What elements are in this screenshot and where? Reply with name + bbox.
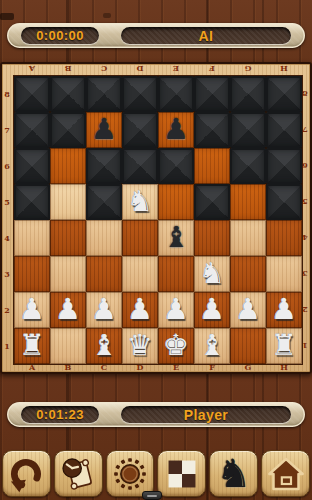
square-h1[interactable]: ♜ bbox=[266, 328, 302, 364]
piece-wK-e1: ♚ bbox=[163, 331, 189, 360]
pieces-button[interactable]: ♞ bbox=[209, 450, 258, 497]
piece-wB-f1: ♝ bbox=[199, 331, 225, 360]
square-g7[interactable] bbox=[230, 112, 266, 148]
square-c8[interactable] bbox=[86, 76, 122, 112]
piece-wQ-d1: ♛ bbox=[127, 331, 153, 360]
chess-board: ABCDEFGH ABCDEFGH 87654321 87654321 ♟♟♞♝… bbox=[0, 62, 312, 374]
coord-label: C bbox=[86, 64, 122, 74]
square-f4[interactable] bbox=[194, 220, 230, 256]
opponent-name: AI bbox=[199, 28, 214, 44]
square-h7[interactable] bbox=[266, 112, 302, 148]
coord-label: 6 bbox=[2, 148, 12, 184]
square-b7[interactable] bbox=[50, 112, 86, 148]
coord-label: A bbox=[14, 64, 50, 74]
coord-label: 2 bbox=[2, 292, 12, 328]
square-g4[interactable] bbox=[230, 220, 266, 256]
square-d7[interactable] bbox=[122, 112, 158, 148]
coord-label: D bbox=[122, 64, 158, 74]
piece-wP-b2: ♟ bbox=[55, 295, 81, 324]
home-icon bbox=[266, 454, 306, 494]
player-clock: 0:01:23 bbox=[21, 406, 99, 423]
wheel-icon bbox=[110, 454, 150, 494]
piece-wP-f2: ♟ bbox=[199, 295, 225, 324]
square-h6[interactable] bbox=[266, 148, 302, 184]
square-e6[interactable] bbox=[158, 148, 194, 184]
square-c1[interactable]: ♝ bbox=[86, 328, 122, 364]
square-c6[interactable] bbox=[86, 148, 122, 184]
square-g1[interactable] bbox=[230, 328, 266, 364]
home-button[interactable] bbox=[261, 450, 310, 497]
coord-label: 8 bbox=[2, 76, 12, 112]
opponent-bar: 0:00:00 AI bbox=[7, 23, 305, 48]
piece-wN-d5: ♞ bbox=[127, 187, 153, 216]
square-d4[interactable] bbox=[122, 220, 158, 256]
square-h8[interactable] bbox=[266, 76, 302, 112]
square-f6[interactable] bbox=[194, 148, 230, 184]
square-b1[interactable] bbox=[50, 328, 86, 364]
square-d6[interactable] bbox=[122, 148, 158, 184]
player-name: Player bbox=[184, 407, 228, 423]
coord-label: 4 bbox=[2, 220, 12, 256]
piece-bP-e7: ♟ bbox=[163, 115, 189, 144]
coord-label: F bbox=[194, 64, 230, 74]
square-h4[interactable] bbox=[266, 220, 302, 256]
square-d2[interactable]: ♟ bbox=[122, 292, 158, 328]
square-a4[interactable] bbox=[14, 220, 50, 256]
player-bar: 0:01:23 Player bbox=[7, 402, 305, 427]
piece-wR-h1: ♜ bbox=[271, 331, 297, 360]
piece-bB-e4: ♝ bbox=[163, 223, 189, 252]
square-b5[interactable] bbox=[50, 184, 86, 220]
square-g8[interactable] bbox=[230, 76, 266, 112]
coord-label: 3 bbox=[2, 256, 12, 292]
square-a5[interactable] bbox=[14, 184, 50, 220]
square-b4[interactable] bbox=[50, 220, 86, 256]
coord-label: 7 bbox=[2, 112, 12, 148]
square-e4[interactable]: ♝ bbox=[158, 220, 194, 256]
undo-arrow-icon bbox=[6, 454, 46, 494]
board-grid: ♟♟♞♝♞♟♟♟♟♟♟♟♟♜♝♛♚♝♜ bbox=[14, 76, 302, 364]
square-d3[interactable] bbox=[122, 256, 158, 292]
square-g2[interactable]: ♟ bbox=[230, 292, 266, 328]
square-e3[interactable] bbox=[158, 256, 194, 292]
rank-labels-left: 87654321 bbox=[2, 76, 12, 364]
piece-wP-a2: ♟ bbox=[19, 295, 45, 324]
piece-wR-a1: ♜ bbox=[19, 331, 45, 360]
square-a8[interactable] bbox=[14, 76, 50, 112]
square-d8[interactable] bbox=[122, 76, 158, 112]
black-knight-icon: ♞ bbox=[216, 454, 251, 493]
undo-button[interactable] bbox=[2, 450, 51, 497]
square-c4[interactable] bbox=[86, 220, 122, 256]
piece-wP-g2: ♟ bbox=[235, 295, 261, 324]
piece-bP-c7: ♟ bbox=[91, 115, 117, 144]
opponent-clock: 0:00:00 bbox=[21, 27, 99, 44]
square-g3[interactable] bbox=[230, 256, 266, 292]
square-c5[interactable] bbox=[86, 184, 122, 220]
piece-wP-h2: ♟ bbox=[271, 295, 297, 324]
square-h2[interactable]: ♟ bbox=[266, 292, 302, 328]
square-f2[interactable]: ♟ bbox=[194, 292, 230, 328]
square-a7[interactable] bbox=[14, 112, 50, 148]
checkerboard-icon bbox=[163, 455, 201, 493]
piece-wN-f3: ♞ bbox=[199, 259, 225, 288]
opponent-clock-value: 0:00:00 bbox=[36, 28, 84, 43]
square-b2[interactable]: ♟ bbox=[50, 292, 86, 328]
toolbar: ♞ bbox=[0, 450, 312, 497]
player-clock-value: 0:01:23 bbox=[36, 407, 84, 422]
square-c3[interactable] bbox=[86, 256, 122, 292]
square-g5[interactable] bbox=[230, 184, 266, 220]
square-f7[interactable] bbox=[194, 112, 230, 148]
file-labels-top: ABCDEFGH bbox=[14, 64, 302, 74]
square-f5[interactable] bbox=[194, 184, 230, 220]
square-d5[interactable]: ♞ bbox=[122, 184, 158, 220]
coord-label: G bbox=[230, 64, 266, 74]
square-e1[interactable]: ♚ bbox=[158, 328, 194, 364]
square-b8[interactable] bbox=[50, 76, 86, 112]
square-c2[interactable]: ♟ bbox=[86, 292, 122, 328]
square-e7[interactable]: ♟ bbox=[158, 112, 194, 148]
square-e2[interactable]: ♟ bbox=[158, 292, 194, 328]
opponent-name-panel: AI bbox=[121, 27, 291, 44]
wood-knot bbox=[0, 13, 14, 20]
square-a1[interactable]: ♜ bbox=[14, 328, 50, 364]
square-f1[interactable]: ♝ bbox=[194, 328, 230, 364]
coord-label: H bbox=[266, 64, 302, 74]
coord-label: E bbox=[158, 64, 194, 74]
piece-wP-c2: ♟ bbox=[91, 295, 117, 324]
piece-wP-e2: ♟ bbox=[163, 295, 189, 324]
coord-label: B bbox=[50, 64, 86, 74]
coord-label: 1 bbox=[2, 328, 12, 364]
piece-wB-c1: ♝ bbox=[91, 331, 117, 360]
square-a6[interactable] bbox=[14, 148, 50, 184]
square-g6[interactable] bbox=[230, 148, 266, 184]
square-b3[interactable] bbox=[50, 256, 86, 292]
square-e8[interactable] bbox=[158, 76, 194, 112]
coord-label: 5 bbox=[2, 184, 12, 220]
square-h3[interactable] bbox=[266, 256, 302, 292]
square-a3[interactable] bbox=[14, 256, 50, 292]
player-name-panel: Player bbox=[121, 406, 291, 423]
piece-wP-d2: ♟ bbox=[127, 295, 153, 324]
scroll-clock-icon bbox=[58, 454, 98, 494]
drawer-handle[interactable] bbox=[142, 491, 162, 500]
square-c7[interactable]: ♟ bbox=[86, 112, 122, 148]
board-button[interactable] bbox=[157, 450, 206, 497]
square-b6[interactable] bbox=[50, 148, 86, 184]
square-f8[interactable] bbox=[194, 76, 230, 112]
wheel-button[interactable] bbox=[106, 450, 155, 497]
square-e5[interactable] bbox=[158, 184, 194, 220]
move-history-button[interactable] bbox=[54, 450, 103, 497]
square-h5[interactable] bbox=[266, 184, 302, 220]
square-f3[interactable]: ♞ bbox=[194, 256, 230, 292]
square-a2[interactable]: ♟ bbox=[14, 292, 50, 328]
wood-knot bbox=[103, 13, 111, 18]
square-d1[interactable]: ♛ bbox=[122, 328, 158, 364]
